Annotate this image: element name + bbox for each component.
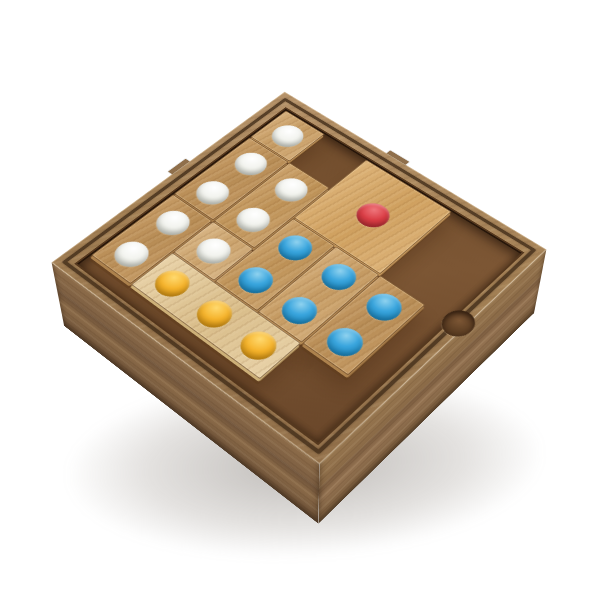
white-dot (265, 121, 309, 151)
white-dot (107, 237, 155, 273)
white-dot (228, 148, 273, 180)
yellow-dot (233, 326, 284, 366)
product-photo-scene (0, 0, 600, 600)
blue-dot (275, 292, 325, 330)
red-dot (350, 199, 397, 233)
blue-dot (231, 262, 280, 299)
white-dot (149, 206, 196, 240)
white-dot (268, 174, 314, 207)
white-dot (190, 177, 236, 210)
white-dot (230, 203, 277, 237)
piece-blue-domino-3[interactable] (302, 275, 425, 375)
blue-dot (320, 322, 371, 362)
blue-dot (271, 230, 319, 265)
white-dot (190, 233, 238, 268)
